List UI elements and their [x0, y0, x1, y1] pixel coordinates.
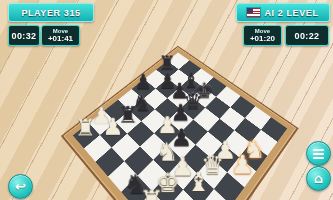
undo-button[interactable]: ↩: [8, 174, 33, 199]
home-button[interactable]: ⌂: [306, 166, 331, 191]
ai-move-delta: +01:20: [250, 35, 275, 43]
player-name-badge: PLAYER 315: [8, 3, 94, 22]
menu-button[interactable]: [306, 141, 331, 166]
player-clock-value: 00:32: [11, 31, 36, 41]
player-clock: 00:32: [8, 25, 40, 46]
us-flag-icon: [247, 8, 260, 17]
piece-white-rook-f1[interactable]: ♜: [132, 181, 170, 200]
piece-white-pawn-b2[interactable]: ♟: [97, 111, 129, 143]
player-move-delta: +01:41: [48, 35, 73, 43]
ai-clock: 00:22: [285, 25, 329, 46]
hamburger-menu-icon: [313, 148, 324, 160]
home-icon: ⌂: [314, 172, 323, 185]
player-name-label: PLAYER 315: [21, 8, 80, 18]
player-move-timer: Move +01:41: [41, 25, 80, 46]
ai-name-label: AI 2 LEVEL: [264, 8, 318, 18]
piece-white-pawn-h2[interactable]: ♟: [181, 197, 221, 200]
ai-name-badge: AI 2 LEVEL: [236, 3, 330, 22]
ai-move-timer: Move +01:20: [243, 25, 282, 46]
undo-arrow-icon: ↩: [15, 180, 26, 193]
ai-clock-value: 00:22: [294, 31, 319, 41]
game-screen: ♜♝♚♟♟♛♞♟♟♟♟♞♟♟♛♜♞♟♝♟♟♚♟♜♞♜ PLAYER 315 00…: [0, 0, 333, 200]
piece-white-rook-a1[interactable]: ♜: [69, 111, 101, 143]
